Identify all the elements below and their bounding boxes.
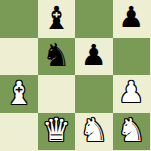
square-r0c3[interactable]: ♟ <box>113 0 151 38</box>
black-bishop[interactable]: ♝ <box>42 2 71 34</box>
chess-board: ♝♟♞♟♝♟♛♞♞ <box>0 0 150 150</box>
black-knight[interactable]: ♞ <box>42 39 71 71</box>
square-r1c0[interactable] <box>0 38 38 76</box>
square-r1c3[interactable] <box>113 38 151 76</box>
square-r0c0[interactable] <box>0 0 38 38</box>
white-knight[interactable]: ♞ <box>79 114 108 146</box>
square-r0c2[interactable] <box>75 0 113 38</box>
square-r3c3[interactable]: ♞ <box>113 113 151 151</box>
black-pawn[interactable]: ♟ <box>118 3 144 32</box>
square-r2c1[interactable] <box>38 75 76 113</box>
square-r2c0[interactable]: ♝ <box>0 75 38 113</box>
white-queen[interactable]: ♛ <box>42 114 71 146</box>
black-pawn[interactable]: ♟ <box>81 41 107 70</box>
square-r1c1[interactable]: ♞ <box>38 38 76 76</box>
white-pawn[interactable]: ♟ <box>118 78 144 107</box>
square-r3c2[interactable]: ♞ <box>75 113 113 151</box>
white-knight[interactable]: ♞ <box>117 114 146 146</box>
white-bishop[interactable]: ♝ <box>4 77 33 109</box>
square-r3c1[interactable]: ♛ <box>38 113 76 151</box>
square-r2c2[interactable] <box>75 75 113 113</box>
square-r0c1[interactable]: ♝ <box>38 0 76 38</box>
square-r3c0[interactable] <box>0 113 38 151</box>
square-r1c2[interactable]: ♟ <box>75 38 113 76</box>
square-r2c3[interactable]: ♟ <box>113 75 151 113</box>
